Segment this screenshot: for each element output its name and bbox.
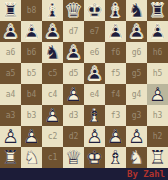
square-f4[interactable]: f4 <box>105 84 126 105</box>
square-a4[interactable]: a4 <box>0 84 21 105</box>
square-e2[interactable]: ♟♙ <box>84 126 105 147</box>
square-label-a3: a3 <box>6 112 16 120</box>
square-d6[interactable]: ♟♙ <box>63 42 84 63</box>
piece-white-pawn[interactable]: ♟♙ <box>105 126 126 147</box>
square-f1[interactable]: ♝♗ <box>105 147 126 168</box>
white-bishop-outline-icon: ♗ <box>105 147 126 168</box>
black-rook-outline-icon: ♖ <box>0 0 21 21</box>
square-h1[interactable]: ♜♖ <box>147 147 168 168</box>
square-f8[interactable]: ♝♗ <box>105 0 126 21</box>
white-rook-outline-icon: ♖ <box>147 147 168 168</box>
square-label-d2: d2 <box>69 133 79 141</box>
square-h6[interactable]: h6 <box>147 42 168 63</box>
black-rook-outline-icon: ♖ <box>147 0 168 21</box>
square-label-b3: b3 <box>27 112 37 120</box>
square-e3[interactable]: ♝♗ <box>84 105 105 126</box>
piece-black-king[interactable]: ♚♔ <box>84 0 105 21</box>
piece-black-rook[interactable]: ♜♖ <box>0 0 21 21</box>
square-label-g3: g3 <box>132 112 142 120</box>
square-h3[interactable]: h3 <box>147 105 168 126</box>
chess-board: ♜♖b8♝♗♛♕♚♔♝♗♞♘♜♖♟♙♟♙♟♙d7e7♟♙♟♙♟♙a6b6♞♘♟♙… <box>0 0 168 168</box>
white-pawn-outline-icon: ♙ <box>63 84 84 105</box>
black-knight-outline-icon: ♘ <box>126 0 147 21</box>
square-g4[interactable]: g4 <box>126 84 147 105</box>
square-label-d7: d7 <box>69 28 79 36</box>
square-g1[interactable]: ♞♘ <box>126 147 147 168</box>
piece-white-queen[interactable]: ♛♕ <box>63 147 84 168</box>
square-label-c1: c1 <box>48 154 58 162</box>
square-label-e7: e7 <box>90 28 100 36</box>
square-c6[interactable]: ♞♘ <box>42 42 63 63</box>
square-f2[interactable]: ♟♙ <box>105 126 126 147</box>
square-c8[interactable]: ♝♗ <box>42 0 63 21</box>
square-label-g6: g6 <box>132 49 142 57</box>
square-label-h3: h3 <box>153 112 163 120</box>
piece-white-pawn[interactable]: ♟♙ <box>21 126 42 147</box>
square-a1[interactable]: ♜♖ <box>0 147 21 168</box>
white-knight-outline-icon: ♘ <box>21 147 42 168</box>
square-g6[interactable]: g6 <box>126 42 147 63</box>
square-a5[interactable]: a5 <box>0 63 21 84</box>
square-label-e4: e4 <box>90 91 100 99</box>
square-label-g4: g4 <box>132 91 142 99</box>
square-g2[interactable]: ♟♙ <box>126 126 147 147</box>
square-g5[interactable]: g5 <box>126 63 147 84</box>
square-c4[interactable]: c4 <box>42 84 63 105</box>
square-label-f5: f5 <box>111 70 121 78</box>
square-label-h6: h6 <box>153 49 163 57</box>
square-d1[interactable]: ♛♕ <box>63 147 84 168</box>
square-e7[interactable]: e7 <box>84 21 105 42</box>
credit-text: By Zahl <box>127 168 165 180</box>
piece-black-pawn[interactable]: ♟♙ <box>21 21 42 42</box>
piece-white-pawn[interactable]: ♟♙ <box>126 126 147 147</box>
black-bishop-outline-icon: ♗ <box>105 0 126 21</box>
square-label-c2: c2 <box>48 133 58 141</box>
piece-black-queen[interactable]: ♛♕ <box>63 0 84 21</box>
square-label-f3: f3 <box>111 112 121 120</box>
square-label-f6: f6 <box>111 49 121 57</box>
piece-black-rook[interactable]: ♜♖ <box>147 0 168 21</box>
black-queen-outline-icon: ♕ <box>63 0 84 21</box>
square-f5[interactable]: f5 <box>105 63 126 84</box>
square-a8[interactable]: ♜♖ <box>0 0 21 21</box>
piece-black-bishop[interactable]: ♝♗ <box>105 0 126 21</box>
square-label-d5: d5 <box>69 70 79 78</box>
white-pawn-outline-icon: ♙ <box>42 105 63 126</box>
square-b5[interactable]: b5 <box>21 63 42 84</box>
piece-white-pawn[interactable]: ♟♙ <box>147 84 168 105</box>
square-d5[interactable]: d5 <box>63 63 84 84</box>
white-pawn-outline-icon: ♙ <box>105 126 126 147</box>
piece-black-knight[interactable]: ♞♘ <box>126 0 147 21</box>
black-bishop-outline-icon: ♗ <box>42 0 63 21</box>
white-pawn-outline-icon: ♙ <box>21 126 42 147</box>
piece-white-knight[interactable]: ♞♘ <box>21 147 42 168</box>
white-knight-outline-icon: ♘ <box>126 147 147 168</box>
piece-white-pawn[interactable]: ♟♙ <box>42 105 63 126</box>
square-label-e6: e6 <box>90 49 100 57</box>
square-label-h2: h2 <box>153 133 163 141</box>
white-king-outline-icon: ♔ <box>84 147 105 168</box>
square-label-b8: b8 <box>27 7 37 15</box>
square-a6[interactable]: a6 <box>0 42 21 63</box>
square-d8[interactable]: ♛♕ <box>63 0 84 21</box>
black-king-outline-icon: ♔ <box>84 0 105 21</box>
piece-black-bishop[interactable]: ♝♗ <box>42 0 63 21</box>
square-label-c4: c4 <box>48 91 58 99</box>
square-f3[interactable]: f3 <box>105 105 126 126</box>
chess-diagram: ♜♖b8♝♗♛♕♚♔♝♗♞♘♜♖♟♙♟♙♟♙d7e7♟♙♟♙♟♙a6b6♞♘♟♙… <box>0 0 168 180</box>
square-f6[interactable]: f6 <box>105 42 126 63</box>
piece-white-pawn[interactable]: ♟♙ <box>84 126 105 147</box>
square-label-b5: b5 <box>27 70 37 78</box>
square-g7[interactable]: ♟♙ <box>126 21 147 42</box>
square-e4[interactable]: e4 <box>84 84 105 105</box>
black-knight-outline-icon: ♘ <box>42 42 63 63</box>
square-label-f4: f4 <box>111 91 121 99</box>
square-g3[interactable]: g3 <box>126 105 147 126</box>
credit-banner: By Zahl <box>0 168 168 180</box>
white-pawn-outline-icon: ♙ <box>126 126 147 147</box>
piece-black-pawn[interactable]: ♟♙ <box>0 21 21 42</box>
piece-black-pawn[interactable]: ♟♙ <box>147 21 168 42</box>
square-d4[interactable]: ♟♙ <box>63 84 84 105</box>
piece-white-rook[interactable]: ♜♖ <box>0 147 21 168</box>
square-c5[interactable]: c5 <box>42 63 63 84</box>
square-e1[interactable]: ♚♔ <box>84 147 105 168</box>
square-label-c5: c5 <box>48 70 58 78</box>
piece-black-pawn[interactable]: ♟♙ <box>63 42 84 63</box>
square-c7[interactable]: ♟♙ <box>42 21 63 42</box>
square-b4[interactable]: b4 <box>21 84 42 105</box>
square-b3[interactable]: b3 <box>21 105 42 126</box>
black-pawn-outline-icon: ♙ <box>147 21 168 42</box>
square-a2[interactable]: ♟♙ <box>0 126 21 147</box>
square-a3[interactable]: a3 <box>0 105 21 126</box>
piece-white-bishop[interactable]: ♝♗ <box>105 147 126 168</box>
black-pawn-outline-icon: ♙ <box>21 21 42 42</box>
square-label-d3: d3 <box>69 112 79 120</box>
square-c3[interactable]: ♟♙ <box>42 105 63 126</box>
square-label-a4: a4 <box>6 91 16 99</box>
white-pawn-outline-icon: ♙ <box>147 84 168 105</box>
black-pawn-outline-icon: ♙ <box>105 21 126 42</box>
square-b7[interactable]: ♟♙ <box>21 21 42 42</box>
square-label-g5: g5 <box>132 70 142 78</box>
black-pawn-outline-icon: ♙ <box>84 63 105 84</box>
piece-black-pawn[interactable]: ♟♙ <box>126 21 147 42</box>
piece-white-bishop[interactable]: ♝♗ <box>84 105 105 126</box>
black-pawn-outline-icon: ♙ <box>126 21 147 42</box>
square-e5[interactable]: ♟♙ <box>84 63 105 84</box>
square-c2[interactable]: c2 <box>42 126 63 147</box>
black-pawn-outline-icon: ♙ <box>0 21 21 42</box>
white-pawn-outline-icon: ♙ <box>0 126 21 147</box>
white-bishop-outline-icon: ♗ <box>84 105 105 126</box>
piece-white-pawn[interactable]: ♟♙ <box>0 126 21 147</box>
square-label-b4: b4 <box>27 91 37 99</box>
square-h2[interactable]: h2 <box>147 126 168 147</box>
black-pawn-outline-icon: ♙ <box>63 42 84 63</box>
square-e8[interactable]: ♚♔ <box>84 0 105 21</box>
square-a7[interactable]: ♟♙ <box>0 21 21 42</box>
square-d2[interactable]: d2 <box>63 126 84 147</box>
piece-black-pawn[interactable]: ♟♙ <box>105 21 126 42</box>
square-b1[interactable]: ♞♘ <box>21 147 42 168</box>
square-h5[interactable]: h5 <box>147 63 168 84</box>
square-h7[interactable]: ♟♙ <box>147 21 168 42</box>
piece-white-pawn[interactable]: ♟♙ <box>63 84 84 105</box>
square-b8[interactable]: b8 <box>21 0 42 21</box>
square-h4[interactable]: ♟♙ <box>147 84 168 105</box>
square-d7[interactable]: d7 <box>63 21 84 42</box>
square-label-h5: h5 <box>153 70 163 78</box>
white-pawn-outline-icon: ♙ <box>84 126 105 147</box>
piece-white-knight[interactable]: ♞♘ <box>126 147 147 168</box>
square-label-a6: a6 <box>6 49 16 57</box>
square-f7[interactable]: ♟♙ <box>105 21 126 42</box>
piece-white-rook[interactable]: ♜♖ <box>147 147 168 168</box>
piece-black-pawn[interactable]: ♟♙ <box>84 63 105 84</box>
square-e6[interactable]: e6 <box>84 42 105 63</box>
square-b2[interactable]: ♟♙ <box>21 126 42 147</box>
piece-white-king[interactable]: ♚♔ <box>84 147 105 168</box>
square-label-a5: a5 <box>6 70 16 78</box>
piece-black-pawn[interactable]: ♟♙ <box>42 21 63 42</box>
piece-black-knight[interactable]: ♞♘ <box>42 42 63 63</box>
square-g8[interactable]: ♞♘ <box>126 0 147 21</box>
square-c1[interactable]: c1 <box>42 147 63 168</box>
white-rook-outline-icon: ♖ <box>0 147 21 168</box>
white-queen-outline-icon: ♕ <box>63 147 84 168</box>
square-label-b6: b6 <box>27 49 37 57</box>
square-b6[interactable]: b6 <box>21 42 42 63</box>
black-pawn-outline-icon: ♙ <box>42 21 63 42</box>
square-h8[interactable]: ♜♖ <box>147 0 168 21</box>
square-d3[interactable]: d3 <box>63 105 84 126</box>
